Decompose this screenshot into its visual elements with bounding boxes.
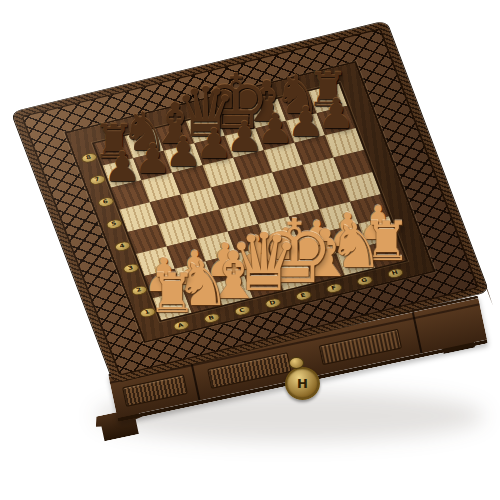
carved-panel — [122, 375, 187, 407]
piece-black-pawn-a7[interactable]: ♟ — [101, 146, 142, 188]
piece-white-rook-a1[interactable]: ♜ — [145, 267, 199, 321]
drawer-handle-medallion[interactable]: H — [285, 367, 320, 400]
drawer-monogram: H — [297, 377, 308, 390]
drawer-knob-icon[interactable] — [289, 357, 304, 369]
chess-box-scene: H 12345678ABCDEFGH ♜♞♝♛♚♝♞♜♟♟♟♟♟♟♟♟♟♟♟♟♟… — [0, 0, 500, 500]
